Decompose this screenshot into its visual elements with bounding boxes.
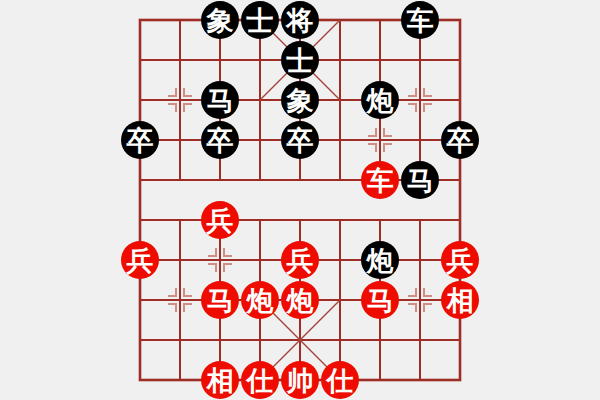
board-point[interactable] bbox=[280, 320, 320, 360]
piece-black-advisor[interactable]: 士 bbox=[241, 1, 279, 39]
board-point[interactable] bbox=[320, 320, 360, 360]
board-point[interactable]: 兵 bbox=[280, 240, 320, 280]
board-point[interactable] bbox=[440, 320, 480, 360]
board-point[interactable] bbox=[320, 0, 360, 40]
piece-red-soldier[interactable]: 兵 bbox=[121, 241, 159, 279]
board-point[interactable]: 炮 bbox=[360, 240, 400, 280]
piece-black-general[interactable]: 将 bbox=[281, 1, 319, 39]
board-point[interactable] bbox=[440, 200, 480, 240]
board-point[interactable] bbox=[160, 0, 200, 40]
board-point[interactable] bbox=[400, 40, 440, 80]
piece-red-horse[interactable]: 马 bbox=[361, 281, 399, 319]
board-point[interactable] bbox=[320, 80, 360, 120]
board-point[interactable] bbox=[240, 40, 280, 80]
board-point[interactable] bbox=[400, 120, 440, 160]
board-point[interactable] bbox=[240, 80, 280, 120]
board-point[interactable]: 马 bbox=[360, 280, 400, 320]
board-point[interactable] bbox=[240, 240, 280, 280]
board-point[interactable] bbox=[120, 0, 160, 40]
piece-black-elephant[interactable]: 象 bbox=[201, 1, 239, 39]
board-point[interactable] bbox=[240, 320, 280, 360]
piece-black-soldier[interactable]: 卒 bbox=[201, 121, 239, 159]
piece-black-horse[interactable]: 马 bbox=[401, 161, 439, 199]
board-point[interactable] bbox=[360, 360, 400, 400]
piece-red-cannon[interactable]: 炮 bbox=[281, 281, 319, 319]
board-point[interactable] bbox=[400, 320, 440, 360]
piece-red-soldier[interactable]: 兵 bbox=[281, 241, 319, 279]
board-point[interactable]: 相 bbox=[200, 360, 240, 400]
board-point[interactable] bbox=[440, 40, 480, 80]
board-point[interactable] bbox=[120, 200, 160, 240]
board-point[interactable]: 马 bbox=[400, 160, 440, 200]
board-point[interactable] bbox=[120, 40, 160, 80]
board-point[interactable]: 炮 bbox=[360, 80, 400, 120]
board-point[interactable]: 兵 bbox=[440, 240, 480, 280]
board-point[interactable] bbox=[240, 120, 280, 160]
piece-black-advisor[interactable]: 士 bbox=[281, 41, 319, 79]
board-point[interactable] bbox=[160, 40, 200, 80]
board-point[interactable] bbox=[160, 280, 200, 320]
board-point[interactable] bbox=[360, 120, 400, 160]
board-point[interactable] bbox=[120, 360, 160, 400]
piece-red-elephant[interactable]: 相 bbox=[201, 361, 239, 399]
board-point[interactable] bbox=[120, 160, 160, 200]
board-point[interactable] bbox=[200, 320, 240, 360]
board-point[interactable] bbox=[320, 160, 360, 200]
board-point[interactable]: 马 bbox=[200, 280, 240, 320]
piece-black-cannon[interactable]: 炮 bbox=[361, 241, 399, 279]
board-point[interactable] bbox=[360, 320, 400, 360]
board-point[interactable] bbox=[280, 200, 320, 240]
board-point[interactable] bbox=[320, 40, 360, 80]
board-point[interactable]: 炮 bbox=[240, 280, 280, 320]
board-point[interactable] bbox=[400, 200, 440, 240]
board-point[interactable] bbox=[120, 80, 160, 120]
piece-black-horse[interactable]: 马 bbox=[201, 81, 239, 119]
piece-red-advisor[interactable]: 仕 bbox=[241, 361, 279, 399]
board-point[interactable]: 兵 bbox=[200, 200, 240, 240]
board-point[interactable]: 仕 bbox=[320, 360, 360, 400]
board-point[interactable]: 兵 bbox=[120, 240, 160, 280]
board-point[interactable] bbox=[320, 120, 360, 160]
board-point[interactable]: 相 bbox=[440, 280, 480, 320]
piece-black-soldier[interactable]: 卒 bbox=[281, 121, 319, 159]
board-point[interactable]: 车 bbox=[360, 160, 400, 200]
board-point[interactable] bbox=[440, 80, 480, 120]
board-point[interactable]: 将 bbox=[280, 0, 320, 40]
board-point[interactable]: 象 bbox=[200, 0, 240, 40]
board-point[interactable] bbox=[360, 0, 400, 40]
board-point[interactable] bbox=[400, 360, 440, 400]
board-point[interactable] bbox=[160, 120, 200, 160]
board-point[interactable] bbox=[360, 200, 400, 240]
board-point[interactable]: 卒 bbox=[440, 120, 480, 160]
piece-red-elephant[interactable]: 相 bbox=[441, 281, 479, 319]
board-point[interactable] bbox=[320, 240, 360, 280]
board-point[interactable] bbox=[120, 280, 160, 320]
board-point[interactable] bbox=[400, 80, 440, 120]
piece-black-soldier[interactable]: 卒 bbox=[441, 121, 479, 159]
piece-red-general[interactable]: 帅 bbox=[281, 361, 319, 399]
board-point[interactable]: 卒 bbox=[280, 120, 320, 160]
board-point[interactable] bbox=[280, 160, 320, 200]
board-point[interactable] bbox=[320, 200, 360, 240]
board-point[interactable] bbox=[160, 320, 200, 360]
board-point[interactable] bbox=[160, 80, 200, 120]
piece-red-advisor[interactable]: 仕 bbox=[321, 361, 359, 399]
piece-red-cannon[interactable]: 炮 bbox=[241, 281, 279, 319]
board-point[interactable]: 卒 bbox=[200, 120, 240, 160]
board-point[interactable]: 车 bbox=[400, 0, 440, 40]
board-point[interactable]: 马 bbox=[200, 80, 240, 120]
board-point[interactable]: 士 bbox=[280, 40, 320, 80]
board-point[interactable]: 士 bbox=[240, 0, 280, 40]
piece-red-horse[interactable]: 马 bbox=[201, 281, 239, 319]
board-point[interactable] bbox=[320, 280, 360, 320]
board-point[interactable] bbox=[360, 40, 400, 80]
board-point[interactable] bbox=[160, 240, 200, 280]
piece-red-chariot[interactable]: 车 bbox=[361, 161, 399, 199]
piece-black-elephant[interactable]: 象 bbox=[281, 81, 319, 119]
board-point[interactable] bbox=[440, 0, 480, 40]
board-point[interactable] bbox=[240, 160, 280, 200]
board-points-grid: 象士将车士马象炮卒卒卒卒车马兵兵兵炮兵马炮炮马相相仕帅仕 bbox=[120, 0, 480, 400]
piece-black-chariot[interactable]: 车 bbox=[401, 1, 439, 39]
board-point[interactable]: 卒 bbox=[120, 120, 160, 160]
board-point[interactable]: 帅 bbox=[280, 360, 320, 400]
piece-red-soldier[interactable]: 兵 bbox=[441, 241, 479, 279]
board-point[interactable] bbox=[240, 200, 280, 240]
xiangqi-board: 象士将车士马象炮卒卒卒卒车马兵兵兵炮兵马炮炮马相相仕帅仕 bbox=[0, 0, 600, 400]
piece-black-cannon[interactable]: 炮 bbox=[361, 81, 399, 119]
board-point[interactable] bbox=[200, 240, 240, 280]
board-point[interactable] bbox=[160, 160, 200, 200]
board-point[interactable]: 仕 bbox=[240, 360, 280, 400]
piece-red-soldier[interactable]: 兵 bbox=[201, 201, 239, 239]
board-point[interactable] bbox=[120, 320, 160, 360]
board-point[interactable] bbox=[200, 160, 240, 200]
board-point[interactable] bbox=[400, 280, 440, 320]
board-point[interactable]: 炮 bbox=[280, 280, 320, 320]
board-point[interactable] bbox=[160, 360, 200, 400]
board-point[interactable] bbox=[400, 240, 440, 280]
board-point[interactable] bbox=[200, 40, 240, 80]
piece-black-soldier[interactable]: 卒 bbox=[121, 121, 159, 159]
board-point[interactable]: 象 bbox=[280, 80, 320, 120]
screenshot-root: 象士将车士马象炮卒卒卒卒车马兵兵兵炮兵马炮炮马相相仕帅仕 bbox=[0, 0, 600, 400]
board-point[interactable] bbox=[440, 360, 480, 400]
board-point[interactable] bbox=[160, 200, 200, 240]
board-point[interactable] bbox=[440, 160, 480, 200]
